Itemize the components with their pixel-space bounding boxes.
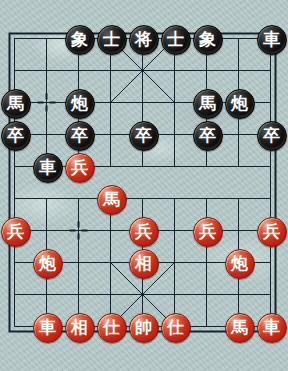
piece-black-elephant[interactable]: 象 xyxy=(193,25,223,55)
piece-black-soldier[interactable]: 卒 xyxy=(65,121,95,151)
piece-glyph: 士 xyxy=(103,31,120,48)
piece-glyph: 象 xyxy=(199,31,216,48)
piece-red-chariot[interactable]: 車 xyxy=(33,313,63,343)
piece-red-soldier[interactable]: 兵 xyxy=(65,153,95,183)
piece-red-soldier[interactable]: 兵 xyxy=(129,217,159,247)
piece-red-advisor[interactable]: 仕 xyxy=(97,313,127,343)
piece-black-cannon[interactable]: 炮 xyxy=(225,89,255,119)
piece-glyph: 卒 xyxy=(199,127,216,144)
piece-black-chariot[interactable]: 車 xyxy=(33,153,63,183)
piece-glyph: 車 xyxy=(39,159,56,176)
piece-glyph: 仕 xyxy=(103,319,120,336)
piece-black-soldier[interactable]: 卒 xyxy=(129,121,159,151)
piece-glyph: 炮 xyxy=(71,95,88,112)
piece-red-soldier[interactable]: 兵 xyxy=(257,217,287,247)
piece-glyph: 士 xyxy=(167,31,184,48)
piece-black-advisor[interactable]: 士 xyxy=(97,25,127,55)
piece-glyph: 相 xyxy=(135,255,152,272)
piece-glyph: 兵 xyxy=(135,223,152,240)
piece-red-elephant[interactable]: 相 xyxy=(65,313,95,343)
piece-glyph: 象 xyxy=(71,31,88,48)
piece-glyph: 馬 xyxy=(103,191,120,208)
piece-black-advisor[interactable]: 士 xyxy=(161,25,191,55)
piece-glyph: 炮 xyxy=(231,255,248,272)
piece-black-cannon[interactable]: 炮 xyxy=(65,89,95,119)
piece-red-soldier[interactable]: 兵 xyxy=(1,217,31,247)
piece-glyph: 帥 xyxy=(135,319,152,336)
piece-glyph: 仕 xyxy=(167,319,184,336)
piece-glyph: 将 xyxy=(135,31,152,48)
piece-glyph: 兵 xyxy=(71,159,88,176)
piece-red-horse[interactable]: 馬 xyxy=(225,313,255,343)
piece-glyph: 車 xyxy=(39,319,56,336)
piece-glyph: 卒 xyxy=(263,127,280,144)
piece-glyph: 兵 xyxy=(263,223,280,240)
piece-black-soldier[interactable]: 卒 xyxy=(1,121,31,151)
piece-glyph: 馬 xyxy=(199,95,216,112)
piece-black-elephant[interactable]: 象 xyxy=(65,25,95,55)
piece-glyph: 兵 xyxy=(199,223,216,240)
piece-glyph: 兵 xyxy=(7,223,24,240)
piece-glyph: 相 xyxy=(71,319,88,336)
piece-glyph: 炮 xyxy=(39,255,56,272)
piece-black-soldier[interactable]: 卒 xyxy=(193,121,223,151)
piece-glyph: 卒 xyxy=(135,127,152,144)
piece-black-horse[interactable]: 馬 xyxy=(1,89,31,119)
piece-black-soldier[interactable]: 卒 xyxy=(257,121,287,151)
piece-red-cannon[interactable]: 炮 xyxy=(225,249,255,279)
piece-red-soldier[interactable]: 兵 xyxy=(193,217,223,247)
piece-glyph: 炮 xyxy=(231,95,248,112)
piece-red-cannon[interactable]: 炮 xyxy=(33,249,63,279)
piece-glyph: 馬 xyxy=(231,319,248,336)
piece-red-chariot[interactable]: 車 xyxy=(257,313,287,343)
piece-black-chariot[interactable]: 車 xyxy=(257,25,287,55)
piece-glyph: 卒 xyxy=(7,127,24,144)
piece-glyph: 車 xyxy=(263,31,280,48)
piece-layer: 象士将士象車馬炮馬炮卒卒卒卒卒車兵馬兵兵兵兵炮相炮車相仕帥仕馬車 xyxy=(0,23,287,343)
piece-red-horse[interactable]: 馬 xyxy=(97,185,127,215)
piece-black-horse[interactable]: 馬 xyxy=(193,89,223,119)
piece-red-general[interactable]: 帥 xyxy=(129,313,159,343)
xiangqi-board: 象士将士象車馬炮馬炮卒卒卒卒卒車兵馬兵兵兵兵炮相炮車相仕帥仕馬車 xyxy=(0,0,288,371)
piece-red-advisor[interactable]: 仕 xyxy=(161,313,191,343)
piece-glyph: 車 xyxy=(263,319,280,336)
piece-glyph: 卒 xyxy=(71,127,88,144)
piece-glyph: 馬 xyxy=(7,95,24,112)
piece-red-elephant[interactable]: 相 xyxy=(129,249,159,279)
piece-black-general[interactable]: 将 xyxy=(129,25,159,55)
